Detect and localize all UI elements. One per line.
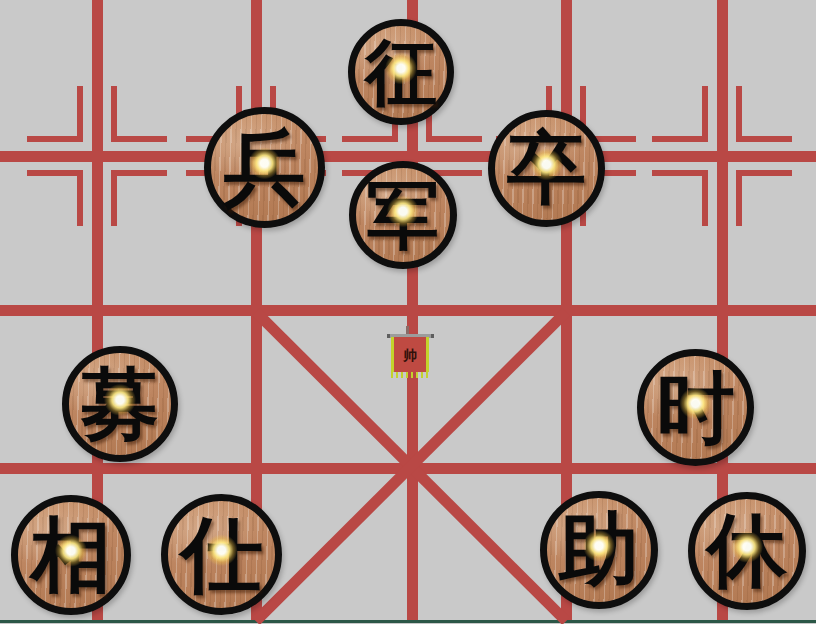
menu-piece-xiang[interactable]: 相 — [11, 495, 131, 615]
flag-glyph: 帅 — [403, 348, 417, 362]
point-marker-1 — [27, 86, 167, 226]
menu-piece-zhu[interactable]: 助 — [540, 491, 658, 609]
xiangqi-menu-board: 帅 征 兵 军 卒 募 时 相 仕 助 休 — [0, 0, 816, 624]
piece-glyph: 仕 — [181, 514, 263, 596]
piece-glyph: 时 — [657, 369, 735, 447]
menu-piece-bing[interactable]: 兵 — [204, 107, 325, 228]
marshal-flag: 帅 — [385, 326, 437, 380]
flag-body: 帅 — [391, 337, 429, 372]
piece-glyph: 卒 — [507, 129, 586, 208]
piece-glyph: 军 — [367, 179, 440, 252]
menu-piece-shi[interactable]: 时 — [637, 349, 754, 466]
point-marker-5 — [652, 86, 792, 226]
flag-fringe — [391, 372, 429, 378]
grid-hline-2 — [0, 305, 816, 316]
board-bottom-edge — [0, 620, 816, 623]
piece-glyph: 兵 — [224, 127, 306, 209]
menu-piece-xiu[interactable]: 休 — [688, 492, 806, 610]
piece-glyph: 助 — [559, 510, 639, 590]
piece-glyph: 休 — [707, 511, 787, 591]
menu-piece-jun[interactable]: 军 — [349, 161, 457, 269]
menu-piece-zu[interactable]: 卒 — [488, 110, 605, 227]
piece-glyph: 征 — [365, 36, 437, 108]
piece-glyph: 相 — [31, 515, 112, 596]
menu-piece-mu[interactable]: 募 — [62, 346, 178, 462]
menu-piece-shi4[interactable]: 仕 — [161, 494, 282, 615]
menu-piece-zheng[interactable]: 征 — [348, 19, 454, 125]
piece-glyph: 募 — [81, 365, 159, 443]
